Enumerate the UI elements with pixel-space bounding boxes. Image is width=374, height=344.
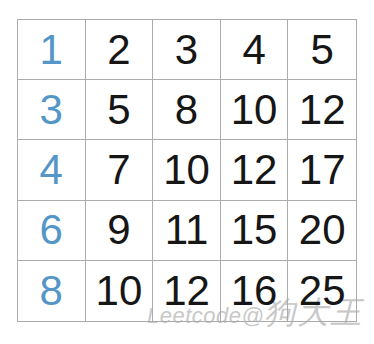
grid-cell: 3 xyxy=(153,20,221,80)
grid-cell: 2 xyxy=(86,20,154,80)
grid-cell: 3 xyxy=(18,80,86,140)
matrix-board: 1 2 3 4 5 3 5 8 10 12 4 7 10 12 17 6 9 1… xyxy=(17,19,357,322)
grid-cell: 8 xyxy=(18,261,86,321)
grid-cell: 8 xyxy=(153,80,221,140)
grid-cell: 10 xyxy=(153,140,221,200)
grid-cell: 7 xyxy=(86,140,154,200)
grid-cell: 20 xyxy=(288,201,356,261)
grid-cell: 12 xyxy=(288,80,356,140)
grid-cell: 10 xyxy=(86,261,154,321)
grid-cell: 25 xyxy=(288,261,356,321)
grid-cell: 12 xyxy=(153,261,221,321)
grid-cell: 1 xyxy=(18,20,86,80)
grid-cell: 12 xyxy=(221,140,289,200)
grid-cell: 5 xyxy=(288,20,356,80)
grid-cell: 16 xyxy=(221,261,289,321)
grid-cell: 9 xyxy=(86,201,154,261)
grid-cell: 4 xyxy=(18,140,86,200)
grid-cell: 4 xyxy=(221,20,289,80)
grid-cell: 6 xyxy=(18,201,86,261)
grid-cell: 5 xyxy=(86,80,154,140)
grid-cell: 11 xyxy=(153,201,221,261)
grid-cell: 15 xyxy=(221,201,289,261)
grid-cell: 10 xyxy=(221,80,289,140)
grid-cell: 17 xyxy=(288,140,356,200)
